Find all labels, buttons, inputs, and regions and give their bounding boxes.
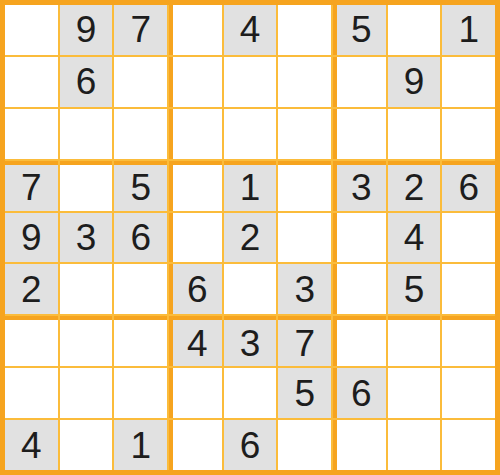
cell-r7c2-empty[interactable] xyxy=(60,316,113,366)
cell-r5c5-given: 2 xyxy=(224,213,277,263)
cell-r6c4-given: 6 xyxy=(169,264,222,314)
cell-r1c4-empty[interactable] xyxy=(169,5,222,55)
cell-r5c3-given: 6 xyxy=(114,213,167,263)
cell-r8c3-empty[interactable] xyxy=(114,368,167,418)
cell-r4c9-given: 6 xyxy=(442,161,495,211)
cell-r7c1-empty[interactable] xyxy=(5,316,58,366)
cell-r4c7-given: 3 xyxy=(333,161,386,211)
cell-r6c8-given: 5 xyxy=(388,264,441,314)
cell-r6c6-given: 3 xyxy=(278,264,331,314)
cell-r8c5-empty[interactable] xyxy=(224,368,277,418)
cell-r4c4-empty[interactable] xyxy=(169,161,222,211)
cell-r9c2-empty[interactable] xyxy=(60,420,113,470)
cell-r7c6-given: 7 xyxy=(278,316,331,366)
cell-r3c3-empty[interactable] xyxy=(114,109,167,159)
cell-r9c9-empty[interactable] xyxy=(442,420,495,470)
cell-r1c3-given: 7 xyxy=(114,5,167,55)
cell-r4c5-given: 1 xyxy=(224,161,277,211)
cell-r7c7-empty[interactable] xyxy=(333,316,386,366)
cell-r8c8-empty[interactable] xyxy=(388,368,441,418)
cell-r4c3-given: 5 xyxy=(114,161,167,211)
cell-r2c1-empty[interactable] xyxy=(5,57,58,107)
cell-r1c1-empty[interactable] xyxy=(5,5,58,55)
cell-r5c9-empty[interactable] xyxy=(442,213,495,263)
cell-r6c2-empty[interactable] xyxy=(60,264,113,314)
cell-r1c8-empty[interactable] xyxy=(388,5,441,55)
sudoku-board: 974516975132693624263543756416 xyxy=(0,0,500,475)
cell-r9c4-empty[interactable] xyxy=(169,420,222,470)
cell-r4c6-empty[interactable] xyxy=(278,161,331,211)
cell-r6c7-empty[interactable] xyxy=(333,264,386,314)
cell-r5c1-given: 9 xyxy=(5,213,58,263)
cell-r8c7-given: 6 xyxy=(333,368,386,418)
cell-r7c3-empty[interactable] xyxy=(114,316,167,366)
cell-r5c6-empty[interactable] xyxy=(278,213,331,263)
cell-r3c9-empty[interactable] xyxy=(442,109,495,159)
cell-r6c5-empty[interactable] xyxy=(224,264,277,314)
cell-r3c4-empty[interactable] xyxy=(169,109,222,159)
cell-r7c4-given: 4 xyxy=(169,316,222,366)
cell-r2c8-given: 9 xyxy=(388,57,441,107)
cell-r3c7-empty[interactable] xyxy=(333,109,386,159)
cell-r9c8-empty[interactable] xyxy=(388,420,441,470)
cell-r4c2-empty[interactable] xyxy=(60,161,113,211)
cell-r5c2-given: 3 xyxy=(60,213,113,263)
cell-r3c5-empty[interactable] xyxy=(224,109,277,159)
cell-r3c2-empty[interactable] xyxy=(60,109,113,159)
cell-r3c6-empty[interactable] xyxy=(278,109,331,159)
cell-r7c5-given: 3 xyxy=(224,316,277,366)
cell-r8c1-empty[interactable] xyxy=(5,368,58,418)
cell-r9c5-given: 6 xyxy=(224,420,277,470)
cell-r8c6-given: 5 xyxy=(278,368,331,418)
cell-r2c9-empty[interactable] xyxy=(442,57,495,107)
cell-r4c8-given: 2 xyxy=(388,161,441,211)
cell-r9c1-given: 4 xyxy=(5,420,58,470)
cell-r8c2-empty[interactable] xyxy=(60,368,113,418)
cell-r1c7-given: 5 xyxy=(333,5,386,55)
cell-r9c3-given: 1 xyxy=(114,420,167,470)
cell-r1c6-empty[interactable] xyxy=(278,5,331,55)
cell-r2c4-empty[interactable] xyxy=(169,57,222,107)
cell-r9c6-empty[interactable] xyxy=(278,420,331,470)
cell-r5c4-empty[interactable] xyxy=(169,213,222,263)
cell-r8c9-empty[interactable] xyxy=(442,368,495,418)
cell-r9c7-empty[interactable] xyxy=(333,420,386,470)
cell-r7c9-empty[interactable] xyxy=(442,316,495,366)
cell-r2c2-given: 6 xyxy=(60,57,113,107)
cell-r3c1-empty[interactable] xyxy=(5,109,58,159)
cell-r1c9-given: 1 xyxy=(442,5,495,55)
cell-r2c6-empty[interactable] xyxy=(278,57,331,107)
cell-r2c5-empty[interactable] xyxy=(224,57,277,107)
cell-r3c8-empty[interactable] xyxy=(388,109,441,159)
cell-r6c1-given: 2 xyxy=(5,264,58,314)
cell-r6c9-empty[interactable] xyxy=(442,264,495,314)
cell-r7c8-empty[interactable] xyxy=(388,316,441,366)
cell-r2c3-empty[interactable] xyxy=(114,57,167,107)
cell-r5c8-given: 4 xyxy=(388,213,441,263)
cell-r8c4-empty[interactable] xyxy=(169,368,222,418)
cell-r6c3-empty[interactable] xyxy=(114,264,167,314)
cell-r1c5-given: 4 xyxy=(224,5,277,55)
cell-r4c1-given: 7 xyxy=(5,161,58,211)
cell-r2c7-empty[interactable] xyxy=(333,57,386,107)
sudoku-puzzle: 974516975132693624263543756416 xyxy=(0,0,500,475)
cell-r5c7-empty[interactable] xyxy=(333,213,386,263)
cell-r1c2-given: 9 xyxy=(60,5,113,55)
